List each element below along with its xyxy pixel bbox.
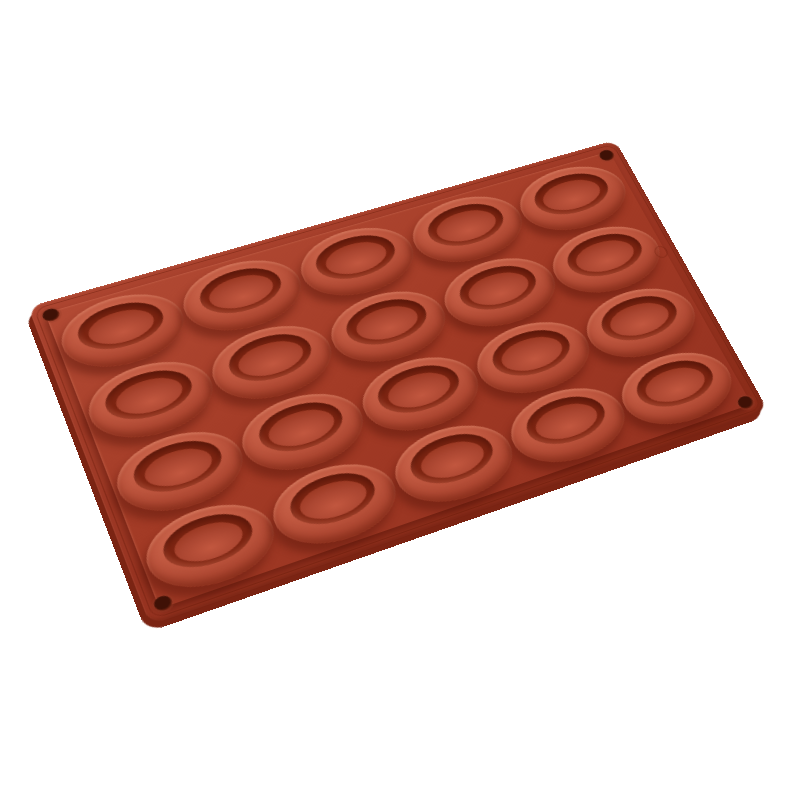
cavity-floor — [463, 266, 535, 311]
cavity-ring — [71, 294, 170, 357]
cavity-ring — [527, 167, 616, 222]
cavity-floor — [431, 204, 502, 247]
cavity-floor — [639, 361, 711, 408]
cavity-floor — [83, 303, 160, 351]
cavity-floor — [350, 300, 424, 347]
cavity-floor — [382, 366, 457, 415]
silicone-mold — [28, 140, 768, 625]
cavity-ring — [370, 357, 467, 421]
cavity-ring — [221, 326, 319, 390]
cavity-ring — [282, 464, 383, 534]
cavity-ring — [484, 322, 578, 384]
cavity-ring — [251, 394, 351, 461]
cavity-floor — [414, 434, 490, 485]
cavity-floor — [263, 403, 340, 454]
cavity-floor — [139, 441, 218, 493]
mold-flange — [28, 140, 768, 625]
cavity-floor — [529, 397, 603, 446]
cavity-ring — [156, 504, 260, 577]
product-photo — [0, 0, 800, 800]
cavity-ring — [99, 362, 200, 428]
cavity-ring — [593, 288, 685, 348]
cavity-ring — [451, 258, 544, 318]
cavity-floor — [320, 236, 392, 281]
cavity-floor — [495, 331, 568, 378]
cavity-floor — [111, 371, 189, 421]
cavity-ring — [518, 388, 614, 453]
cavity-floor — [570, 234, 640, 277]
cavity-ring — [403, 425, 502, 492]
cavity-ring — [628, 353, 721, 416]
cavity-floor — [168, 514, 249, 569]
cavity-ring — [339, 291, 434, 353]
cavity-ring — [559, 227, 650, 285]
cavity-ring — [127, 432, 229, 501]
cavity-floor — [233, 335, 309, 383]
cavity-ring — [420, 197, 511, 254]
cavity-ring — [309, 228, 403, 287]
cavity-floor — [294, 474, 372, 527]
cavity-floor — [537, 174, 606, 216]
cavity-floor — [204, 269, 278, 315]
cavity-ring — [193, 260, 289, 321]
cavity-floor — [604, 297, 675, 342]
